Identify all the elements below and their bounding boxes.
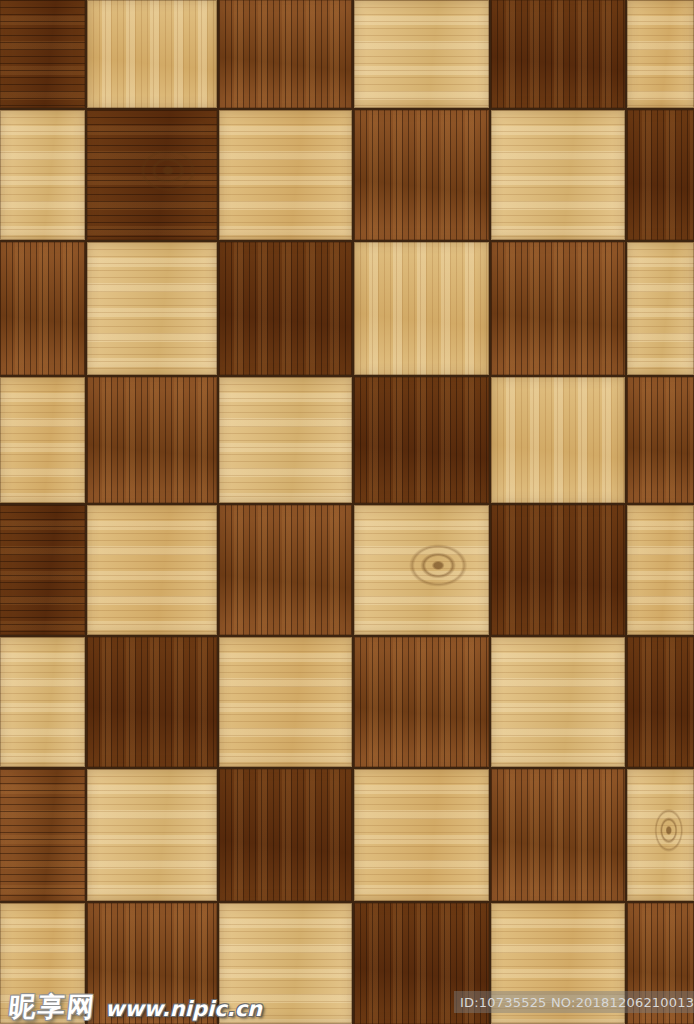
board-square-r2c3-light — [219, 110, 352, 240]
checkerboard-grid — [0, 0, 694, 1024]
board-square-r6c5-light — [491, 637, 625, 767]
board-square-r3c1-dark — [0, 242, 85, 375]
board-square-r7c6-light — [627, 769, 694, 901]
board-square-r3c3-dark — [219, 242, 352, 375]
image-id-text: ID:10735525 NO:20181206210013145031 — [460, 995, 694, 1010]
board-square-r2c5-light — [491, 110, 625, 240]
board-square-r4c1-light — [0, 377, 85, 503]
wooden-checkerboard-photo: 昵享网 www.nipic.cn ID:10735525 NO:20181206… — [0, 0, 694, 1024]
board-square-r6c4-dark — [354, 637, 489, 767]
board-square-r7c3-dark — [219, 769, 352, 901]
board-square-r5c2-light — [87, 505, 217, 635]
board-square-r5c3-dark — [219, 505, 352, 635]
board-square-r4c3-light — [219, 377, 352, 503]
board-square-r4c6-dark — [627, 377, 694, 503]
board-square-r5c6-light — [627, 505, 694, 635]
board-square-r4c4-dark — [354, 377, 489, 503]
board-square-r5c4-light — [354, 505, 489, 635]
board-square-r2c4-dark — [354, 110, 489, 240]
board-square-r4c2-dark — [87, 377, 217, 503]
board-square-r3c5-dark — [491, 242, 625, 375]
board-square-r7c2-light — [87, 769, 217, 901]
image-id-band: ID:10735525 NO:20181206210013145031 — [454, 991, 694, 1013]
board-square-r4c5-light — [491, 377, 625, 503]
board-square-r1c5-dark — [491, 0, 625, 108]
board-square-r1c1-dark — [0, 0, 85, 108]
board-square-r3c4-light — [354, 242, 489, 375]
nipic-logo-text: 昵享网 — [8, 993, 98, 1020]
board-square-r2c6-dark — [627, 110, 694, 240]
board-square-r6c2-dark — [87, 637, 217, 767]
board-square-r1c6-light — [627, 0, 694, 108]
board-square-r7c1-dark — [0, 769, 85, 901]
board-square-r2c1-light — [0, 110, 85, 240]
board-square-r5c1-dark — [0, 505, 85, 635]
board-square-r5c5-dark — [491, 505, 625, 635]
board-square-r1c2-light — [87, 0, 217, 108]
nipic-watermark: 昵享网 www.nipic.cn — [9, 993, 262, 1020]
board-square-r3c6-light — [627, 242, 694, 375]
board-square-r6c3-light — [219, 637, 352, 767]
board-square-r6c6-dark — [627, 637, 694, 767]
board-square-r7c4-light — [354, 769, 489, 901]
board-square-r7c5-dark — [491, 769, 625, 901]
board-square-r3c2-light — [87, 242, 217, 375]
board-square-r6c1-light — [0, 637, 85, 767]
board-square-r2c2-dark — [87, 110, 217, 240]
board-square-r1c4-light — [354, 0, 489, 108]
nipic-site-url: www.nipic.cn — [105, 999, 262, 1020]
board-square-r1c3-dark — [219, 0, 352, 108]
